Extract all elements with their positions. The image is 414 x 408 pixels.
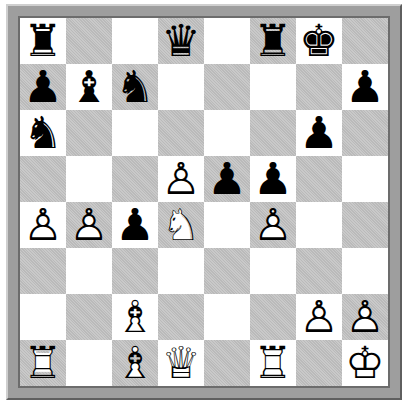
piece-white-pawn: ♙ bbox=[20, 202, 66, 248]
chess-board: ♜♛♜♚♟♝♞♟♞♟♟♙♟♟♟♙♟♙♟♞♘♟♙♝♗♟♙♟♙♜♖♝♗♛♕♜♖♚♔ bbox=[18, 16, 390, 388]
piece-black-knight: ♞ bbox=[112, 64, 158, 110]
piece-white-rook: ♖ bbox=[20, 340, 66, 386]
piece-black-pawn: ♟ bbox=[296, 110, 342, 156]
square-b7[interactable]: ♝ bbox=[66, 64, 112, 110]
square-c5[interactable] bbox=[112, 156, 158, 202]
square-f6[interactable] bbox=[250, 110, 296, 156]
square-g1[interactable] bbox=[296, 340, 342, 386]
square-e3[interactable] bbox=[204, 248, 250, 294]
piece-black-bishop: ♝ bbox=[66, 64, 112, 110]
square-h3[interactable] bbox=[342, 248, 388, 294]
piece-black-pawn: ♟ bbox=[342, 64, 388, 110]
square-h8[interactable] bbox=[342, 18, 388, 64]
square-d7[interactable] bbox=[158, 64, 204, 110]
square-f7[interactable] bbox=[250, 64, 296, 110]
piece-white-knight-fill: ♞ bbox=[158, 202, 204, 248]
square-g6[interactable]: ♟ bbox=[296, 110, 342, 156]
square-b8[interactable] bbox=[66, 18, 112, 64]
square-d2[interactable] bbox=[158, 294, 204, 340]
square-f2[interactable] bbox=[250, 294, 296, 340]
piece-white-pawn: ♙ bbox=[66, 202, 112, 248]
square-a5[interactable] bbox=[20, 156, 66, 202]
square-e8[interactable] bbox=[204, 18, 250, 64]
square-g5[interactable] bbox=[296, 156, 342, 202]
square-e6[interactable] bbox=[204, 110, 250, 156]
square-d8[interactable]: ♛ bbox=[158, 18, 204, 64]
piece-white-queen-fill: ♛ bbox=[158, 340, 204, 386]
piece-black-pawn: ♟ bbox=[204, 156, 250, 202]
square-h4[interactable] bbox=[342, 202, 388, 248]
piece-black-queen: ♛ bbox=[158, 18, 204, 64]
square-d6[interactable] bbox=[158, 110, 204, 156]
piece-white-pawn: ♙ bbox=[158, 156, 204, 202]
piece-black-king: ♚ bbox=[296, 18, 342, 64]
piece-white-rook-fill: ♜ bbox=[20, 340, 66, 386]
square-b2[interactable] bbox=[66, 294, 112, 340]
piece-white-pawn-fill: ♟ bbox=[158, 156, 204, 202]
square-c4[interactable]: ♟ bbox=[112, 202, 158, 248]
piece-white-pawn: ♙ bbox=[296, 294, 342, 340]
piece-white-queen: ♕ bbox=[158, 340, 204, 386]
square-c7[interactable]: ♞ bbox=[112, 64, 158, 110]
square-f8[interactable]: ♜ bbox=[250, 18, 296, 64]
piece-white-king-fill: ♚ bbox=[342, 340, 388, 386]
square-d5[interactable]: ♟♙ bbox=[158, 156, 204, 202]
square-a7[interactable]: ♟ bbox=[20, 64, 66, 110]
square-e2[interactable] bbox=[204, 294, 250, 340]
square-b1[interactable] bbox=[66, 340, 112, 386]
square-e5[interactable]: ♟ bbox=[204, 156, 250, 202]
square-b4[interactable]: ♟♙ bbox=[66, 202, 112, 248]
piece-white-pawn-fill: ♟ bbox=[66, 202, 112, 248]
square-b3[interactable] bbox=[66, 248, 112, 294]
piece-white-rook-fill: ♜ bbox=[250, 340, 296, 386]
piece-white-pawn: ♙ bbox=[250, 202, 296, 248]
square-f5[interactable]: ♟ bbox=[250, 156, 296, 202]
square-g2[interactable]: ♟♙ bbox=[296, 294, 342, 340]
square-e4[interactable] bbox=[204, 202, 250, 248]
square-a4[interactable]: ♟♙ bbox=[20, 202, 66, 248]
piece-black-rook: ♜ bbox=[250, 18, 296, 64]
board-frame: ♜♛♜♚♟♝♞♟♞♟♟♙♟♟♟♙♟♙♟♞♘♟♙♝♗♟♙♟♙♜♖♝♗♛♕♜♖♚♔ bbox=[6, 4, 402, 400]
piece-white-king: ♔ bbox=[342, 340, 388, 386]
square-g3[interactable] bbox=[296, 248, 342, 294]
piece-black-knight: ♞ bbox=[20, 110, 66, 156]
piece-black-pawn: ♟ bbox=[112, 202, 158, 248]
square-h1[interactable]: ♚♔ bbox=[342, 340, 388, 386]
piece-white-pawn-fill: ♟ bbox=[250, 202, 296, 248]
piece-white-pawn-fill: ♟ bbox=[20, 202, 66, 248]
square-g7[interactable] bbox=[296, 64, 342, 110]
square-g4[interactable] bbox=[296, 202, 342, 248]
square-b5[interactable] bbox=[66, 156, 112, 202]
piece-white-bishop: ♗ bbox=[112, 294, 158, 340]
piece-white-bishop: ♗ bbox=[112, 340, 158, 386]
square-g8[interactable]: ♚ bbox=[296, 18, 342, 64]
square-c8[interactable] bbox=[112, 18, 158, 64]
piece-black-pawn: ♟ bbox=[250, 156, 296, 202]
square-f3[interactable] bbox=[250, 248, 296, 294]
square-d3[interactable] bbox=[158, 248, 204, 294]
piece-black-rook: ♜ bbox=[20, 18, 66, 64]
square-c3[interactable] bbox=[112, 248, 158, 294]
square-f1[interactable]: ♜♖ bbox=[250, 340, 296, 386]
piece-white-pawn: ♙ bbox=[342, 294, 388, 340]
piece-white-pawn-fill: ♟ bbox=[296, 294, 342, 340]
piece-white-bishop-fill: ♝ bbox=[112, 340, 158, 386]
square-c2[interactable]: ♝♗ bbox=[112, 294, 158, 340]
square-a3[interactable] bbox=[20, 248, 66, 294]
square-a8[interactable]: ♜ bbox=[20, 18, 66, 64]
square-c6[interactable] bbox=[112, 110, 158, 156]
square-h7[interactable]: ♟ bbox=[342, 64, 388, 110]
square-d4[interactable]: ♞♘ bbox=[158, 202, 204, 248]
piece-white-bishop-fill: ♝ bbox=[112, 294, 158, 340]
piece-black-pawn: ♟ bbox=[20, 64, 66, 110]
square-a6[interactable]: ♞ bbox=[20, 110, 66, 156]
square-h6[interactable] bbox=[342, 110, 388, 156]
square-a1[interactable]: ♜♖ bbox=[20, 340, 66, 386]
piece-white-rook: ♖ bbox=[250, 340, 296, 386]
square-f4[interactable]: ♟♙ bbox=[250, 202, 296, 248]
square-d1[interactable]: ♛♕ bbox=[158, 340, 204, 386]
square-c1[interactable]: ♝♗ bbox=[112, 340, 158, 386]
piece-white-knight: ♘ bbox=[158, 202, 204, 248]
square-h5[interactable] bbox=[342, 156, 388, 202]
square-a2[interactable] bbox=[20, 294, 66, 340]
square-h2[interactable]: ♟♙ bbox=[342, 294, 388, 340]
chess-diagram-page: ♜♛♜♚♟♝♞♟♞♟♟♙♟♟♟♙♟♙♟♞♘♟♙♝♗♟♙♟♙♜♖♝♗♛♕♜♖♚♔ bbox=[0, 0, 414, 408]
piece-white-pawn-fill: ♟ bbox=[342, 294, 388, 340]
square-b6[interactable] bbox=[66, 110, 112, 156]
square-e7[interactable] bbox=[204, 64, 250, 110]
square-e1[interactable] bbox=[204, 340, 250, 386]
